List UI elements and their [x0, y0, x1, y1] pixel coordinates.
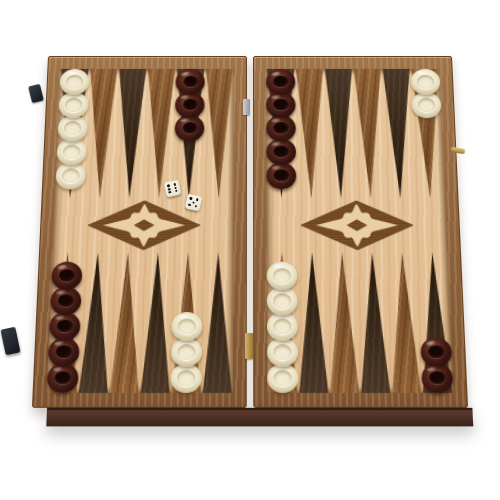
- hinge-top-icon: [243, 99, 250, 115]
- checker-light[interactable]: [58, 92, 88, 118]
- checker-light[interactable]: [267, 287, 298, 316]
- point-13[interactable]: [55, 69, 90, 200]
- die-pip: [196, 198, 199, 201]
- die-2-showing-5[interactable]: [185, 194, 203, 212]
- point-16[interactable]: [144, 69, 176, 200]
- point-5[interactable]: [297, 251, 329, 393]
- point-21[interactable]: [324, 69, 356, 200]
- checker-dark[interactable]: [266, 92, 296, 118]
- checker-light[interactable]: [267, 363, 298, 393]
- point-23[interactable]: [382, 69, 416, 200]
- checker-dark[interactable]: [175, 115, 205, 142]
- checker-light[interactable]: [267, 338, 298, 367]
- checker-light[interactable]: [171, 312, 202, 341]
- checker-light[interactable]: [411, 92, 441, 118]
- points-row-top-right: [266, 69, 445, 200]
- points-row-bottom-left: [47, 251, 234, 393]
- point-6[interactable]: [267, 251, 299, 393]
- checker-dark[interactable]: [266, 162, 296, 189]
- point-18[interactable]: [204, 69, 234, 200]
- point-15[interactable]: [114, 69, 147, 200]
- die-1-showing-6[interactable]: [164, 180, 182, 198]
- die-pip: [168, 191, 171, 194]
- checker-dark[interactable]: [47, 363, 79, 393]
- point-9[interactable]: [140, 251, 173, 393]
- checker-dark[interactable]: [266, 139, 296, 166]
- point-10[interactable]: [109, 251, 143, 393]
- left-clasp-side-icon: [0, 327, 20, 356]
- checker-dark[interactable]: [49, 312, 81, 341]
- checker-dark[interactable]: [51, 262, 83, 290]
- checker-dark[interactable]: [175, 92, 205, 118]
- diamond-inlay: [298, 200, 415, 251]
- die-pip: [175, 189, 178, 192]
- left-clasp-top-icon: [28, 84, 44, 103]
- point-17[interactable]: [174, 69, 205, 200]
- points-row-bottom-right: [267, 251, 454, 393]
- playing-field-left: [47, 69, 234, 393]
- checker-light[interactable]: [410, 69, 440, 95]
- point-14[interactable]: [85, 69, 119, 200]
- point-4[interactable]: [327, 251, 360, 393]
- backgammon-product-photo: [0, 0, 500, 500]
- checker-dark[interactable]: [420, 338, 452, 367]
- checker-light[interactable]: [267, 312, 298, 341]
- checker-light[interactable]: [171, 363, 203, 393]
- point-1[interactable]: [417, 251, 453, 393]
- point-8[interactable]: [171, 251, 204, 393]
- checker-light[interactable]: [56, 139, 87, 166]
- checker-dark[interactable]: [48, 338, 80, 367]
- case-side-panel: [46, 408, 473, 426]
- checker-dark[interactable]: [266, 115, 296, 142]
- checker-light[interactable]: [267, 262, 298, 290]
- checker-light[interactable]: [57, 115, 88, 142]
- points-row-top-left: [55, 69, 234, 200]
- checker-light[interactable]: [55, 162, 86, 189]
- point-22[interactable]: [353, 69, 386, 200]
- checker-dark[interactable]: [176, 69, 206, 95]
- hinge-bottom-icon: [245, 333, 253, 359]
- checker-dark[interactable]: [421, 363, 453, 393]
- board-half-right: [253, 56, 468, 408]
- die-pip: [188, 203, 191, 206]
- point-24[interactable]: [410, 69, 445, 200]
- checker-light[interactable]: [171, 338, 202, 367]
- checker-dark[interactable]: [266, 69, 295, 95]
- die-pip: [189, 197, 192, 200]
- die-pip: [194, 205, 197, 208]
- point-3[interactable]: [357, 251, 391, 393]
- point-20[interactable]: [295, 69, 326, 200]
- checker-dark[interactable]: [50, 287, 82, 316]
- diamond-inlay: [85, 200, 202, 251]
- point-19[interactable]: [266, 69, 296, 200]
- board-half-left: [32, 56, 247, 408]
- point-12[interactable]: [47, 251, 83, 393]
- point-7[interactable]: [202, 251, 233, 393]
- checker-light[interactable]: [59, 69, 89, 95]
- playing-field-right: [266, 69, 453, 393]
- point-11[interactable]: [78, 251, 113, 393]
